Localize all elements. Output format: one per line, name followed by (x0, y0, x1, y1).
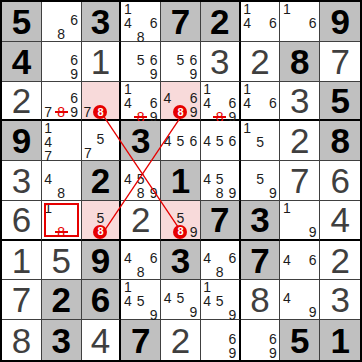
candidate-6: 6 (147, 96, 160, 110)
candidate-6: 6 (187, 134, 200, 148)
cell-r1c6[interactable]: 2 (201, 2, 241, 42)
pencil-marks: 147 (42, 121, 81, 160)
cell-r6c3[interactable]: 58 (82, 201, 122, 241)
cell-r1c1[interactable]: 5 (2, 2, 42, 42)
pencil-marks: 57 (82, 121, 120, 160)
cell-r2c2[interactable]: 69 (42, 42, 82, 82)
candidate-1: 1 (121, 82, 134, 96)
digit-given: 1 (161, 161, 200, 200)
cell-r5c9[interactable]: 6 (320, 161, 360, 201)
candidate-7: 7 (42, 105, 55, 119)
digit-solved: 3 (280, 82, 319, 120)
digit-solved: 8 (241, 280, 280, 319)
pencil-marks: 69 (241, 320, 280, 360)
digit-given: 9 (2, 121, 41, 160)
cell-r8c1[interactable]: 7 (2, 280, 42, 320)
pencil-marks: 1459 (121, 280, 160, 319)
pencil-marks: 456 (161, 121, 200, 160)
candidate-8-struck: 8 (55, 105, 68, 119)
candidate-8-circled: 8 (173, 225, 187, 239)
pencil-marks: 15 (241, 121, 280, 160)
digit-given: 3 (241, 201, 280, 239)
candidate-9: 9 (187, 67, 200, 81)
candidate-9: 9 (267, 346, 280, 360)
pencil-marks: 4589 (121, 161, 160, 200)
candidate-9: 9 (267, 186, 280, 200)
candidate-4: 4 (201, 294, 214, 308)
cell-r6c9[interactable]: 4 (320, 201, 360, 241)
cell-r9c9[interactable]: 1 (320, 320, 360, 360)
candidate-4: 4 (280, 291, 293, 305)
digit-solved: 2 (320, 241, 360, 280)
candidate-9: 9 (187, 305, 200, 319)
candidate-5: 5 (213, 134, 226, 148)
cell-r4c8[interactable]: 2 (280, 121, 320, 161)
candidate-5: 5 (94, 132, 107, 146)
cell-r3c1[interactable]: 2 (2, 82, 42, 122)
cell-r4c4[interactable]: 3 (121, 121, 161, 161)
pencil-marks: 4589 (201, 161, 239, 200)
digit-given: 8 (320, 121, 360, 160)
candidate-5: 5 (213, 172, 226, 186)
candidate-6: 6 (267, 96, 280, 110)
cell-r8c8[interactable]: 49 (280, 280, 320, 320)
pencil-marks: 589 (161, 201, 200, 239)
pencil-marks: 4689 (161, 82, 200, 120)
candidate-6: 6 (147, 251, 160, 265)
cell-r9c2[interactable]: 3 (42, 320, 82, 360)
digit-solved: 5 (42, 241, 81, 280)
cell-r7c1[interactable]: 1 (2, 241, 42, 281)
digit-given: 2 (42, 280, 81, 319)
candidate-9: 9 (226, 186, 239, 200)
cell-r8c9[interactable]: 3 (320, 280, 360, 320)
candidate-6: 6 (68, 53, 81, 67)
candidate-8-struck: 8 (55, 225, 68, 239)
pencil-marks: 6789 (42, 82, 81, 120)
pencil-marks: 69 (42, 42, 81, 81)
candidate-1: 1 (121, 280, 134, 294)
candidate-8-circled: 8 (93, 105, 107, 119)
cell-r7c5[interactable]: 3 (161, 241, 201, 281)
pencil-marks: 19 (280, 201, 319, 239)
cell-r7c8[interactable]: 46 (280, 241, 320, 281)
digit-given: 3 (82, 2, 120, 41)
digit-solved: 2 (2, 82, 41, 120)
candidate-9: 9 (68, 67, 81, 81)
cell-r9c4[interactable]: 7 (121, 320, 161, 360)
pencil-marks: 14689 (121, 82, 160, 120)
candidate-1: 1 (241, 82, 254, 96)
cell-r2c5[interactable]: 569 (161, 42, 201, 82)
pencil-marks: 18 (42, 201, 81, 239)
candidate-4: 4 (201, 96, 214, 110)
candidate-4: 4 (121, 172, 134, 186)
candidate-9: 9 (187, 225, 199, 239)
cell-r3c8[interactable]: 3 (280, 82, 320, 122)
candidate-6: 6 (306, 16, 319, 30)
cell-r6c8[interactable]: 19 (280, 201, 320, 241)
digit-solved: 6 (320, 161, 360, 200)
digit-solved: 3 (2, 161, 41, 200)
candidate-1: 1 (121, 2, 134, 16)
candidate-4: 4 (121, 251, 134, 265)
candidate-6: 6 (226, 251, 239, 265)
pencil-marks: 58 (82, 201, 120, 239)
pencil-marks: 146 (241, 82, 280, 120)
candidate-6: 6 (187, 91, 199, 105)
cell-r9c8[interactable]: 5 (280, 320, 320, 360)
cell-r3c3[interactable]: 78 (82, 82, 122, 122)
cell-r4c9[interactable]: 8 (320, 121, 360, 161)
cell-r4c6[interactable]: 456 (201, 121, 241, 161)
digit-solved: 2 (280, 121, 319, 160)
candidate-5: 5 (254, 135, 267, 149)
cell-r7c7[interactable]: 7 (241, 241, 281, 281)
candidate-4: 4 (161, 134, 174, 148)
digit-given: 5 (2, 2, 41, 41)
cell-r8c6[interactable]: 1459 (201, 280, 241, 320)
candidate-6: 6 (68, 13, 81, 27)
candidate-4: 4 (121, 16, 134, 30)
cell-r3c7[interactable]: 146 (241, 82, 281, 122)
candidate-7: 7 (82, 105, 94, 119)
candidate-1: 1 (280, 201, 293, 215)
cell-r1c9[interactable]: 9 (320, 2, 360, 42)
cell-r8c4[interactable]: 1459 (121, 280, 161, 320)
candidate-4: 4 (201, 251, 214, 265)
candidate-8-circled: 8 (173, 105, 187, 119)
cell-r8c7[interactable]: 8 (241, 280, 281, 320)
cell-r6c1[interactable]: 6 (2, 201, 42, 241)
cell-r3c9[interactable]: 5 (320, 82, 360, 122)
digit-given: 4 (2, 42, 41, 81)
candidate-5: 5 (174, 291, 187, 305)
cell-r3c2[interactable]: 6789 (42, 82, 82, 122)
cell-r7c6[interactable]: 468 (201, 241, 241, 281)
digit-given: 7 (121, 320, 160, 360)
digit-solved: 7 (320, 42, 360, 81)
cell-r4c1[interactable]: 9 (2, 121, 42, 161)
candidate-9: 9 (147, 67, 160, 81)
cell-r4c7[interactable]: 15 (241, 121, 281, 161)
cell-r4c5[interactable]: 456 (161, 121, 201, 161)
candidate-7: 7 (82, 146, 95, 160)
candidate-4: 4 (42, 172, 55, 186)
candidate-5: 5 (174, 134, 187, 148)
pencil-marks: 468 (121, 241, 160, 280)
cell-r1c3[interactable]: 3 (82, 2, 122, 42)
candidate-4: 4 (280, 253, 293, 267)
cell-r3c6[interactable]: 14689 (201, 82, 241, 122)
digit-given: 2 (201, 2, 239, 41)
cell-r2c9[interactable]: 7 (320, 42, 360, 82)
cell-r3c4[interactable]: 14689 (121, 82, 161, 122)
candidate-5: 5 (93, 211, 107, 225)
digit-solved: 2 (241, 42, 280, 81)
candidate-6: 6 (267, 16, 280, 30)
pencil-marks: 569 (121, 42, 160, 81)
digit-solved: 2 (161, 320, 200, 360)
digit-solved: 2 (121, 201, 160, 239)
candidate-9: 9 (226, 346, 239, 360)
candidate-8: 8 (55, 186, 68, 200)
pencil-marks: 569 (161, 42, 200, 81)
candidate-5: 5 (213, 294, 226, 308)
cell-r9c5[interactable]: 2 (161, 320, 201, 360)
candidate-5: 5 (174, 53, 187, 67)
pencil-marks: 49 (280, 280, 319, 319)
digit-given: 3 (42, 320, 81, 360)
candidate-6: 6 (147, 16, 160, 30)
candidate-4: 4 (241, 96, 254, 110)
cell-r4c3[interactable]: 57 (82, 121, 122, 161)
digit-given: 7 (201, 201, 239, 239)
candidate-6: 6 (147, 53, 160, 67)
digit-solved: 8 (2, 320, 41, 360)
candidate-5: 5 (254, 172, 267, 186)
candidate-8-circled: 8 (93, 225, 107, 239)
cell-r5c3[interactable]: 2 (82, 161, 122, 201)
candidate-1: 1 (42, 201, 55, 215)
candidate-4: 4 (121, 294, 134, 308)
cell-r9c3[interactable]: 4 (82, 320, 122, 360)
candidate-4: 4 (241, 16, 254, 30)
candidate-5: 5 (134, 53, 147, 67)
pencil-marks: 468 (201, 241, 239, 280)
digit-given: 3 (121, 121, 160, 160)
candidate-1: 1 (241, 2, 254, 16)
cell-r1c8[interactable]: 16 (280, 2, 320, 42)
cell-r8c2[interactable]: 2 (42, 280, 82, 320)
pencil-marks: 16 (280, 2, 319, 41)
pencil-marks: 78 (82, 82, 120, 120)
digit-solved: 4 (320, 201, 360, 239)
candidate-5: 5 (134, 172, 147, 186)
pencil-marks: 146 (241, 2, 280, 41)
digit-solved: 3 (201, 42, 239, 81)
digit-given: 8 (280, 42, 319, 81)
pencil-marks: 59 (241, 161, 280, 200)
digit-given: 5 (320, 82, 360, 120)
candidate-6: 6 (68, 91, 81, 105)
digit-solved: 6 (2, 201, 41, 239)
candidate-9: 9 (306, 225, 319, 239)
cell-r6c7[interactable]: 3 (241, 201, 281, 241)
digit-solved: 4 (82, 320, 120, 360)
sudoku-board: 5683146872146169469156956932872678978146… (0, 0, 362, 362)
candidate-9: 9 (147, 186, 160, 200)
cell-r6c4[interactable]: 2 (121, 201, 161, 241)
digit-given: 3 (161, 241, 200, 280)
pencil-marks: 456 (201, 121, 239, 160)
candidate-1: 1 (201, 82, 214, 96)
candidate-6: 6 (226, 332, 239, 346)
pencil-marks: 1468 (121, 2, 160, 41)
candidate-4: 4 (161, 91, 173, 105)
candidate-4: 4 (161, 291, 174, 305)
candidate-1: 1 (280, 2, 293, 16)
cell-r5c8[interactable]: 7 (280, 161, 320, 201)
pencil-marks: 46 (280, 241, 319, 280)
cell-r7c9[interactable]: 2 (320, 241, 360, 281)
cell-r5c7[interactable]: 59 (241, 161, 281, 201)
pencil-marks: 459 (161, 280, 200, 319)
sudoku-grid: 5683146872146169469156956932872678978146… (2, 2, 360, 360)
pencil-marks: 48 (42, 161, 81, 200)
cell-r6c5[interactable]: 589 (161, 201, 201, 241)
cell-r1c2[interactable]: 68 (42, 2, 82, 42)
cell-r2c6[interactable]: 3 (201, 42, 241, 82)
candidate-9: 9 (187, 105, 199, 119)
candidate-9: 9 (68, 105, 81, 119)
candidate-6: 6 (306, 253, 319, 267)
candidate-4: 4 (42, 135, 55, 149)
candidate-6: 6 (226, 96, 239, 110)
cell-r5c4[interactable]: 4589 (121, 161, 161, 201)
digit-given: 2 (82, 161, 120, 200)
cell-r7c4[interactable]: 468 (121, 241, 161, 281)
cell-r5c1[interactable]: 3 (2, 161, 42, 201)
cell-r6c6[interactable]: 7 (201, 201, 241, 241)
cell-r7c3[interactable]: 9 (82, 241, 122, 281)
cell-r1c5[interactable]: 7 (161, 2, 201, 42)
candidate-5: 5 (173, 211, 187, 225)
digit-given: 9 (320, 2, 360, 41)
pencil-marks: 68 (42, 2, 81, 41)
candidate-6: 6 (226, 134, 239, 148)
candidate-8: 8 (134, 186, 147, 200)
digit-solved: 7 (2, 280, 41, 319)
cell-r8c3[interactable]: 6 (82, 280, 122, 320)
cell-r9c7[interactable]: 69 (241, 320, 281, 360)
candidate-6: 6 (187, 53, 200, 67)
cell-r6c2[interactable]: 18 (42, 201, 82, 241)
cell-r2c4[interactable]: 569 (121, 42, 161, 82)
digit-given: 7 (241, 241, 280, 280)
candidate-8: 8 (55, 27, 68, 41)
digit-solved: 7 (280, 161, 319, 200)
cell-r5c2[interactable]: 48 (42, 161, 82, 201)
cell-r4c2[interactable]: 147 (42, 121, 82, 161)
candidate-8: 8 (213, 186, 226, 200)
digit-given: 9 (82, 241, 120, 280)
cell-r7c2[interactable]: 5 (42, 241, 82, 281)
candidate-8: 8 (213, 265, 226, 279)
pencil-marks: 69 (201, 320, 239, 360)
cell-r1c4[interactable]: 1468 (121, 2, 161, 42)
digit-solved: 1 (2, 241, 41, 280)
cell-r2c7[interactable]: 2 (241, 42, 281, 82)
cell-r5c6[interactable]: 4589 (201, 161, 241, 201)
digit-given: 6 (82, 280, 120, 319)
candidate-9: 9 (306, 305, 319, 319)
candidate-1: 1 (241, 121, 254, 135)
cell-r9c6[interactable]: 69 (201, 320, 241, 360)
candidate-1: 1 (201, 280, 214, 294)
cell-r3c5[interactable]: 4689 (161, 82, 201, 122)
candidate-1: 1 (42, 121, 55, 135)
pencil-marks: 14689 (201, 82, 239, 120)
candidate-5: 5 (134, 294, 147, 308)
digit-solved: 1 (82, 42, 120, 81)
pencil-marks: 1459 (201, 280, 239, 319)
digit-solved: 3 (320, 280, 360, 319)
cell-r2c3[interactable]: 1 (82, 42, 122, 82)
candidate-8: 8 (134, 265, 147, 279)
candidate-4: 4 (121, 96, 134, 110)
candidate-4: 4 (201, 134, 214, 148)
digit-given: 1 (320, 320, 360, 360)
cell-r2c1[interactable]: 4 (2, 42, 42, 82)
cell-r2c8[interactable]: 8 (280, 42, 320, 82)
candidate-6: 6 (267, 332, 280, 346)
cell-r1c7[interactable]: 146 (241, 2, 281, 42)
cell-r5c5[interactable]: 1 (161, 161, 201, 201)
digit-given: 7 (161, 2, 200, 41)
digit-given: 5 (280, 320, 319, 360)
cell-r8c5[interactable]: 459 (161, 280, 201, 320)
candidate-4: 4 (201, 172, 214, 186)
cell-r9c1[interactable]: 8 (2, 320, 42, 360)
